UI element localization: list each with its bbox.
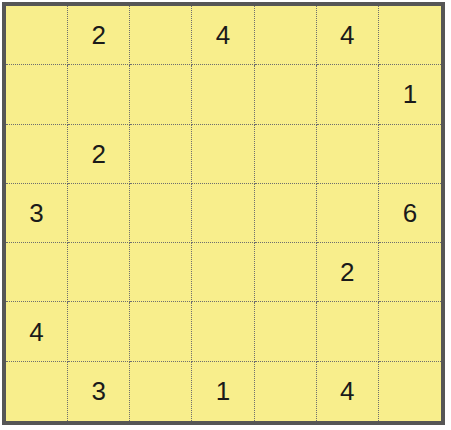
cell-r5c2[interactable] bbox=[68, 243, 130, 302]
cell-r3c6[interactable] bbox=[317, 125, 379, 184]
cell-r6c7[interactable] bbox=[379, 302, 441, 361]
clue-number: 4 bbox=[340, 22, 354, 48]
cell-r7c7[interactable] bbox=[379, 362, 441, 421]
cell-r7c4[interactable]: 1 bbox=[192, 362, 254, 421]
cell-r1c3[interactable] bbox=[130, 6, 192, 65]
cell-r3c5[interactable] bbox=[255, 125, 317, 184]
puzzle-board: 244123624314 bbox=[2, 2, 445, 425]
cell-r4c5[interactable] bbox=[255, 184, 317, 243]
clue-number: 4 bbox=[29, 319, 43, 345]
cell-r7c3[interactable] bbox=[130, 362, 192, 421]
cell-r4c2[interactable] bbox=[68, 184, 130, 243]
cell-r7c1[interactable] bbox=[6, 362, 68, 421]
cell-r2c2[interactable] bbox=[68, 65, 130, 124]
cell-r3c1[interactable] bbox=[6, 125, 68, 184]
clue-number: 4 bbox=[340, 378, 354, 404]
cell-r2c7[interactable]: 1 bbox=[379, 65, 441, 124]
cell-r4c3[interactable] bbox=[130, 184, 192, 243]
cell-r5c4[interactable] bbox=[192, 243, 254, 302]
cell-r4c7[interactable]: 6 bbox=[379, 184, 441, 243]
cell-r5c6[interactable]: 2 bbox=[317, 243, 379, 302]
cell-r7c6[interactable]: 4 bbox=[317, 362, 379, 421]
cell-r4c6[interactable] bbox=[317, 184, 379, 243]
clue-number: 2 bbox=[91, 22, 105, 48]
cell-r2c1[interactable] bbox=[6, 65, 68, 124]
cell-r3c7[interactable] bbox=[379, 125, 441, 184]
cell-r4c1[interactable]: 3 bbox=[6, 184, 68, 243]
clue-number: 1 bbox=[403, 81, 417, 107]
cell-r2c6[interactable] bbox=[317, 65, 379, 124]
cell-r7c5[interactable] bbox=[255, 362, 317, 421]
clue-number: 1 bbox=[216, 378, 230, 404]
cell-r3c4[interactable] bbox=[192, 125, 254, 184]
clue-number: 4 bbox=[216, 22, 230, 48]
cell-r6c2[interactable] bbox=[68, 302, 130, 361]
clue-number: 3 bbox=[29, 200, 43, 226]
clue-number: 6 bbox=[403, 200, 417, 226]
cell-r4c4[interactable] bbox=[192, 184, 254, 243]
cell-r1c4[interactable]: 4 bbox=[192, 6, 254, 65]
cell-r5c3[interactable] bbox=[130, 243, 192, 302]
cell-r3c2[interactable]: 2 bbox=[68, 125, 130, 184]
cell-r6c1[interactable]: 4 bbox=[6, 302, 68, 361]
cell-r5c1[interactable] bbox=[6, 243, 68, 302]
cell-r5c5[interactable] bbox=[255, 243, 317, 302]
cell-r6c3[interactable] bbox=[130, 302, 192, 361]
cell-r1c2[interactable]: 2 bbox=[68, 6, 130, 65]
cell-r1c7[interactable] bbox=[379, 6, 441, 65]
clue-number: 2 bbox=[340, 259, 354, 285]
cell-r6c6[interactable] bbox=[317, 302, 379, 361]
cell-r6c5[interactable] bbox=[255, 302, 317, 361]
cell-r2c5[interactable] bbox=[255, 65, 317, 124]
cell-r3c3[interactable] bbox=[130, 125, 192, 184]
cell-r1c6[interactable]: 4 bbox=[317, 6, 379, 65]
cell-r6c4[interactable] bbox=[192, 302, 254, 361]
cell-r1c1[interactable] bbox=[6, 6, 68, 65]
cell-r7c2[interactable]: 3 bbox=[68, 362, 130, 421]
cell-r2c4[interactable] bbox=[192, 65, 254, 124]
clue-number: 3 bbox=[91, 378, 105, 404]
cell-r1c5[interactable] bbox=[255, 6, 317, 65]
clue-number: 2 bbox=[91, 141, 105, 167]
cell-r5c7[interactable] bbox=[379, 243, 441, 302]
cell-r2c3[interactable] bbox=[130, 65, 192, 124]
